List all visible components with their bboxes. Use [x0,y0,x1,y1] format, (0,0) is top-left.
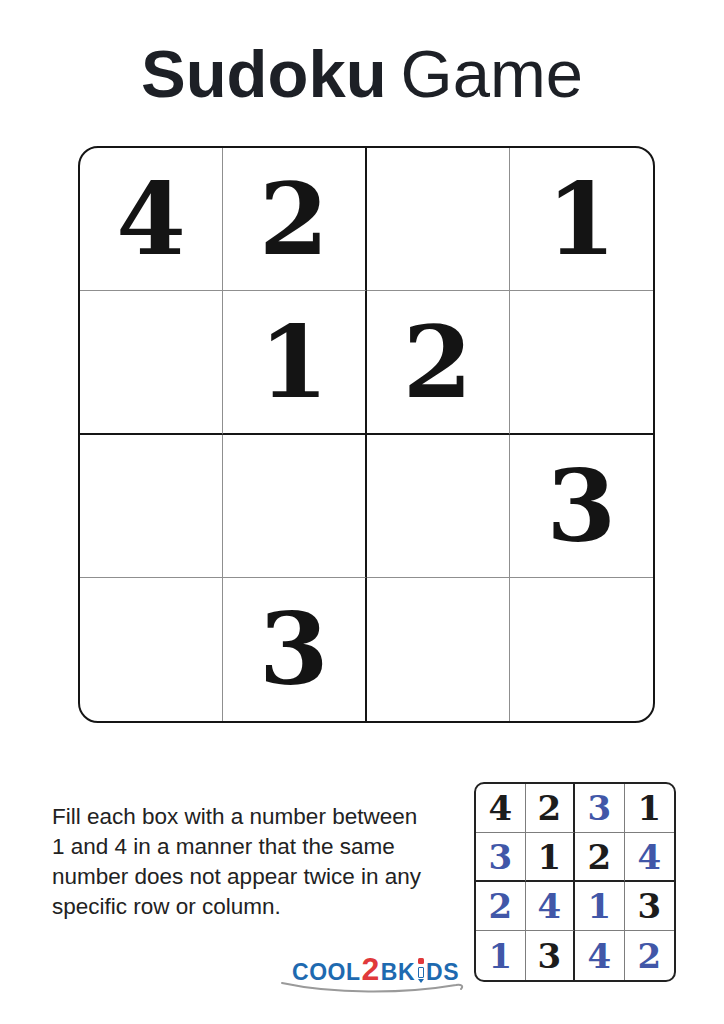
worksheet-page: SudokuGame 4211233 Fill each box with a … [0,0,724,1024]
instructions-line: Fill each box with a number between [52,802,472,832]
logo-swoosh-icon [278,979,468,995]
puzzle-cell-r3c2[interactable] [223,435,366,578]
puzzle-cell-r1c1[interactable]: 4 [80,148,223,291]
puzzle-cell-r2c1[interactable] [80,291,223,434]
puzzle-cell-r3c1[interactable] [80,435,223,578]
puzzle-cell-r4c4[interactable] [510,578,653,721]
instructions-line: specific row or column. [52,892,472,922]
page-title: SudokuGame [0,34,724,114]
instructions-text: Fill each box with a number between1 and… [52,802,472,922]
solution-cell-r1c2: 2 [526,784,576,833]
solution-cell-r4c4: 2 [625,931,675,980]
puzzle-cell-r1c4[interactable]: 1 [510,148,653,291]
solution-cell-r4c3: 4 [575,931,625,980]
puzzle-cell-r2c4[interactable] [510,291,653,434]
puzzle-board: 4211233 [78,146,655,723]
solution-board: 4231312424131342 [474,782,676,982]
title-bold: Sudoku [141,36,387,111]
puzzle-cell-r4c2[interactable]: 3 [223,578,366,721]
solution-cell-r3c4: 3 [625,882,675,931]
puzzle-cell-r1c2[interactable]: 2 [223,148,366,291]
solution-cell-r1c4: 1 [625,784,675,833]
solution-cell-r1c3: 3 [575,784,625,833]
puzzle-cell-r3c4[interactable]: 3 [510,435,653,578]
solution-cell-r3c2: 4 [526,882,576,931]
solution-cell-r1c1: 4 [476,784,526,833]
puzzle-cell-r3c3[interactable] [367,435,510,578]
solution-cell-r2c2: 1 [526,833,576,882]
solution-cell-r3c3: 1 [575,882,625,931]
solution-cell-r2c1: 3 [476,833,526,882]
puzzle-cell-r2c2[interactable]: 1 [223,291,366,434]
cool2bkids-logo[interactable]: COOL2BKDS [283,952,468,1002]
instructions-line: 1 and 4 in a manner that the same [52,832,472,862]
logo-text: COOL2BKDS [292,952,459,989]
solution-cell-r4c1: 1 [476,931,526,980]
instructions-line: number does not appear twice in any [52,862,472,892]
puzzle-cell-r2c3[interactable]: 2 [367,291,510,434]
solution-cell-r3c1: 2 [476,882,526,931]
solution-cell-r2c4: 4 [625,833,675,882]
puzzle-cell-r4c3[interactable] [367,578,510,721]
solution-cell-r2c3: 2 [575,833,625,882]
puzzle-cell-r1c3[interactable] [367,148,510,291]
solution-cell-r4c2: 3 [526,931,576,980]
title-light: Game [401,36,583,111]
puzzle-cell-r4c1[interactable] [80,578,223,721]
